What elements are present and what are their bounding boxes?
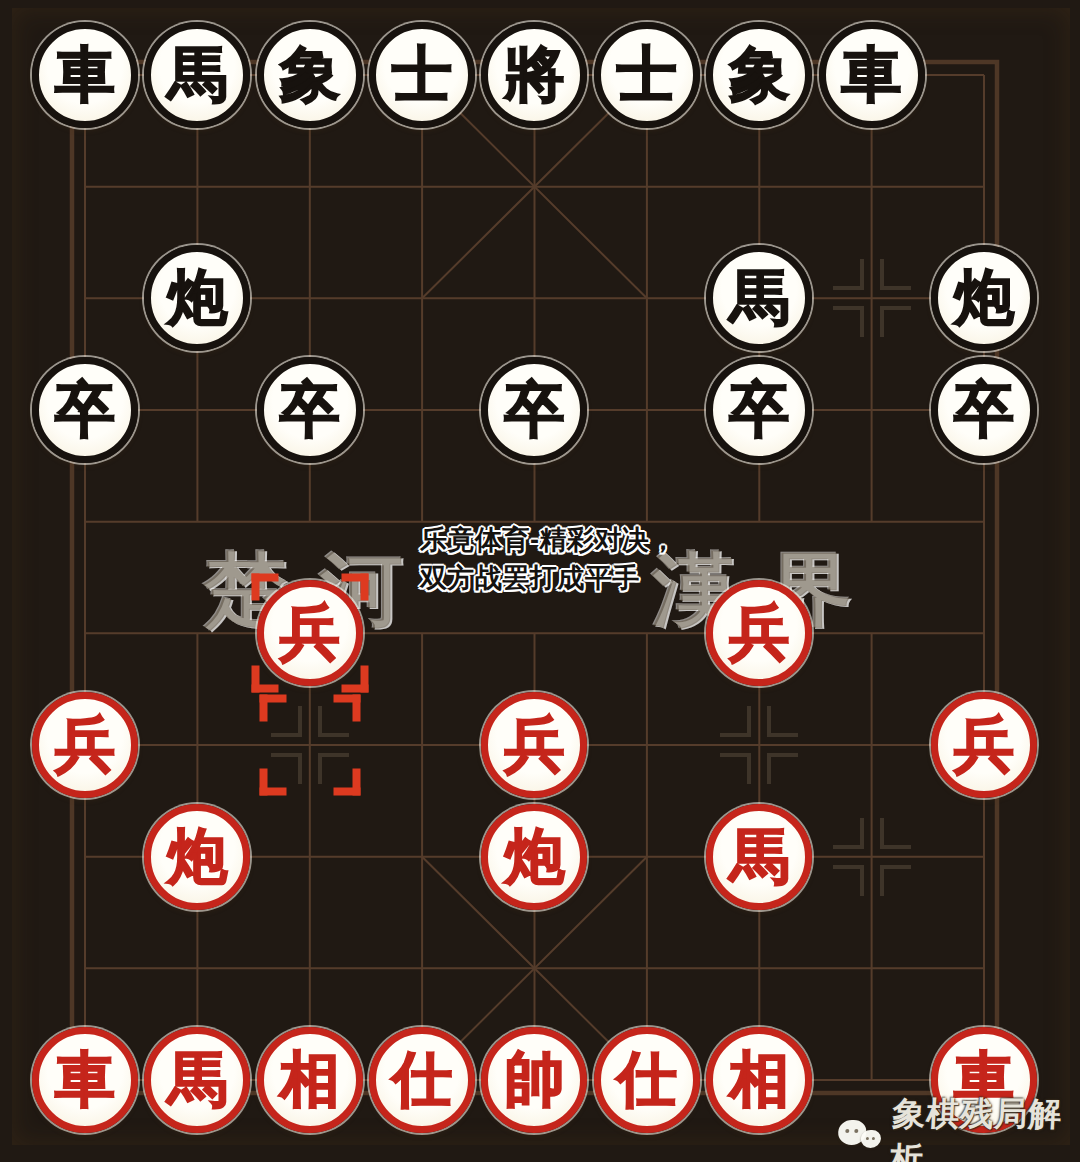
intersection-c5-r7[interactable]: 兵 xyxy=(478,689,590,801)
intersection-c1-r10[interactable]: 車 xyxy=(29,1024,141,1136)
move-from-indicator xyxy=(259,694,360,795)
piece-label: 士 xyxy=(392,45,452,105)
piece-label: 卒 xyxy=(504,380,564,440)
intersection-c7-r6[interactable]: 兵 xyxy=(703,577,815,689)
intersection-c8-r2[interactable] xyxy=(815,131,927,243)
piece-label: 炮 xyxy=(504,827,564,887)
intersection-c7-r8[interactable]: 馬 xyxy=(703,801,815,913)
intersection-c8-r9[interactable] xyxy=(815,912,927,1024)
piece-label: 象 xyxy=(729,45,789,105)
black-advisor[interactable]: 士 xyxy=(369,22,475,128)
red-chariot[interactable]: 車 xyxy=(32,1027,138,1133)
piece-label: 相 xyxy=(729,1050,789,1110)
screenshot-frame: 楚河 漢界 車馬象士將士象車炮馬炮卒卒卒卒卒兵兵兵兵兵炮炮馬車馬相仕帥仕相車 乐… xyxy=(0,0,1080,1162)
red-advisor[interactable]: 仕 xyxy=(369,1027,475,1133)
black-general[interactable]: 將 xyxy=(481,22,587,128)
red-advisor[interactable]: 仕 xyxy=(594,1027,700,1133)
channel-watermark: 象棋残局解析 xyxy=(836,1092,1080,1162)
intersection-c7-r4[interactable]: 卒 xyxy=(703,354,815,466)
intersection-c3-r10[interactable]: 相 xyxy=(254,1024,366,1136)
point-marker xyxy=(720,706,798,784)
black-horse[interactable]: 馬 xyxy=(706,245,812,351)
red-soldier[interactable]: 兵 xyxy=(32,692,138,798)
intersection-c6-r10[interactable]: 仕 xyxy=(591,1024,703,1136)
piece-label: 炮 xyxy=(954,268,1014,328)
intersection-c3-r4[interactable]: 卒 xyxy=(254,354,366,466)
intersection-c1-r2[interactable] xyxy=(29,131,141,243)
intersection-c1-r3[interactable] xyxy=(29,243,141,355)
piece-label: 車 xyxy=(55,1050,115,1110)
intersection-c7-r2[interactable] xyxy=(703,131,815,243)
piece-label: 將 xyxy=(504,45,564,105)
piece-label: 車 xyxy=(842,45,902,105)
intersection-c9-r3[interactable]: 炮 xyxy=(928,243,1040,355)
intersection-c1-r8[interactable] xyxy=(29,801,141,913)
intersection-c4-r10[interactable]: 仕 xyxy=(366,1024,478,1136)
piece-label: 兵 xyxy=(55,715,115,775)
piece-label: 帥 xyxy=(504,1050,564,1110)
black-advisor[interactable]: 士 xyxy=(594,22,700,128)
piece-label: 馬 xyxy=(167,1050,227,1110)
wechat-bubbles-icon xyxy=(837,1117,885,1157)
intersection-c4-r4[interactable] xyxy=(366,354,478,466)
intersection-c7-r1[interactable]: 象 xyxy=(703,19,815,131)
intersection-c3-r6[interactable]: 兵 xyxy=(254,577,366,689)
intersection-c9-r1[interactable] xyxy=(928,19,1040,131)
intersection-c1-r6[interactable] xyxy=(29,577,141,689)
piece-label: 卒 xyxy=(729,380,789,440)
intersection-c3-r3[interactable] xyxy=(254,243,366,355)
intersection-c2-r8[interactable]: 炮 xyxy=(141,801,253,913)
black-chariot[interactable]: 車 xyxy=(32,22,138,128)
black-soldier[interactable]: 卒 xyxy=(706,357,812,463)
intersection-c2-r2[interactable] xyxy=(141,131,253,243)
intersection-c7-r9[interactable] xyxy=(703,912,815,1024)
caption-line-1: 乐竟体育-精彩对决， xyxy=(420,521,677,559)
piece-label: 馬 xyxy=(167,45,227,105)
intersection-c5-r4[interactable]: 卒 xyxy=(478,354,590,466)
piece-label: 仕 xyxy=(392,1050,452,1110)
red-elephant[interactable]: 相 xyxy=(257,1027,363,1133)
intersection-c8-r4[interactable] xyxy=(815,354,927,466)
red-soldier[interactable]: 兵 xyxy=(706,580,812,686)
caption-overlay: 乐竟体育-精彩对决， 双方战罢打成平手 xyxy=(420,521,677,597)
piece-label: 仕 xyxy=(617,1050,677,1110)
piece-label: 車 xyxy=(55,45,115,105)
black-elephant[interactable]: 象 xyxy=(706,22,812,128)
intersection-c8-r3[interactable] xyxy=(815,243,927,355)
intersection-c6-r8[interactable] xyxy=(591,801,703,913)
black-cannon[interactable]: 炮 xyxy=(144,245,250,351)
intersection-c6-r4[interactable] xyxy=(591,354,703,466)
intersection-c4-r3[interactable] xyxy=(366,243,478,355)
piece-label: 相 xyxy=(280,1050,340,1110)
intersection-c5-r3[interactable] xyxy=(478,243,590,355)
intersection-c2-r4[interactable] xyxy=(141,354,253,466)
black-chariot[interactable]: 車 xyxy=(819,22,925,128)
black-cannon[interactable]: 炮 xyxy=(931,245,1037,351)
intersection-c4-r1[interactable]: 士 xyxy=(366,19,478,131)
intersection-c1-r7[interactable]: 兵 xyxy=(29,689,141,801)
intersection-c5-r2[interactable] xyxy=(478,131,590,243)
intersection-c5-r1[interactable]: 將 xyxy=(478,19,590,131)
piece-label: 兵 xyxy=(504,715,564,775)
point-marker xyxy=(833,259,911,337)
piece-label: 炮 xyxy=(167,827,227,887)
intersection-c4-r9[interactable] xyxy=(366,912,478,1024)
intersection-c3-r5[interactable] xyxy=(254,466,366,578)
intersection-c9-r8[interactable] xyxy=(928,801,1040,913)
intersection-c9-r6[interactable] xyxy=(928,577,1040,689)
intersection-c8-r6[interactable] xyxy=(815,577,927,689)
red-soldier[interactable]: 兵 xyxy=(481,692,587,798)
intersection-c7-r5[interactable] xyxy=(703,466,815,578)
intersection-c3-r9[interactable] xyxy=(254,912,366,1024)
black-soldier[interactable]: 卒 xyxy=(257,357,363,463)
intersection-c1-r1[interactable]: 車 xyxy=(29,19,141,131)
intersection-c6-r1[interactable]: 士 xyxy=(591,19,703,131)
black-soldier[interactable]: 卒 xyxy=(481,357,587,463)
intersection-c1-r4[interactable]: 卒 xyxy=(29,354,141,466)
intersection-c7-r3[interactable]: 馬 xyxy=(703,243,815,355)
intersection-c7-r10[interactable]: 相 xyxy=(703,1024,815,1136)
intersection-c6-r9[interactable] xyxy=(591,912,703,1024)
red-elephant[interactable]: 相 xyxy=(706,1027,812,1133)
intersection-c3-r8[interactable] xyxy=(254,801,366,913)
intersection-c2-r3[interactable]: 炮 xyxy=(141,243,253,355)
intersection-c6-r3[interactable] xyxy=(591,243,703,355)
red-cannon[interactable]: 炮 xyxy=(144,804,250,910)
intersection-c3-r2[interactable] xyxy=(254,131,366,243)
intersection-c8-r8[interactable] xyxy=(815,801,927,913)
intersection-c1-r5[interactable] xyxy=(29,466,141,578)
intersection-c9-r4[interactable]: 卒 xyxy=(928,354,1040,466)
black-soldier[interactable]: 卒 xyxy=(931,357,1037,463)
black-elephant[interactable]: 象 xyxy=(257,22,363,128)
intersection-c2-r5[interactable] xyxy=(141,466,253,578)
intersection-c8-r7[interactable] xyxy=(815,689,927,801)
piece-label: 卒 xyxy=(280,380,340,440)
intersection-c9-r5[interactable] xyxy=(928,466,1040,578)
intersection-c3-r1[interactable]: 象 xyxy=(254,19,366,131)
intersection-c4-r7[interactable] xyxy=(366,689,478,801)
intersection-c4-r2[interactable] xyxy=(366,131,478,243)
piece-label: 馬 xyxy=(729,827,789,887)
intersection-c1-r9[interactable] xyxy=(29,912,141,1024)
point-marker xyxy=(833,818,911,896)
intersection-c2-r6[interactable] xyxy=(141,577,253,689)
red-general[interactable]: 帥 xyxy=(481,1027,587,1133)
piece-label: 象 xyxy=(280,45,340,105)
point-marker xyxy=(271,706,349,784)
intersection-c6-r7[interactable] xyxy=(591,689,703,801)
piece-label: 兵 xyxy=(729,603,789,663)
intersection-c6-r2[interactable] xyxy=(591,131,703,243)
intersection-c9-r2[interactable] xyxy=(928,131,1040,243)
piece-label: 卒 xyxy=(55,380,115,440)
intersection-c9-r7[interactable]: 兵 xyxy=(928,689,1040,801)
intersection-c5-r8[interactable]: 炮 xyxy=(478,801,590,913)
intersection-c4-r8[interactable] xyxy=(366,801,478,913)
intersection-c2-r9[interactable] xyxy=(141,912,253,1024)
intersection-c8-r1[interactable]: 車 xyxy=(815,19,927,131)
intersection-c2-r10[interactable]: 馬 xyxy=(141,1024,253,1136)
piece-label: 兵 xyxy=(280,603,340,663)
black-soldier[interactable]: 卒 xyxy=(32,357,138,463)
black-horse[interactable]: 馬 xyxy=(144,22,250,128)
piece-label: 卒 xyxy=(954,380,1014,440)
intersection-c9-r9[interactable] xyxy=(928,912,1040,1024)
red-horse[interactable]: 馬 xyxy=(706,804,812,910)
intersection-c5-r9[interactable] xyxy=(478,912,590,1024)
intersection-c5-r10[interactable]: 帥 xyxy=(478,1024,590,1136)
piece-label: 炮 xyxy=(167,268,227,328)
piece-label: 馬 xyxy=(729,268,789,328)
speech-bubble-small xyxy=(860,1130,881,1148)
red-soldier[interactable]: 兵 xyxy=(931,692,1037,798)
red-horse[interactable]: 馬 xyxy=(144,1027,250,1133)
piece-label: 士 xyxy=(617,45,677,105)
intersection-c2-r7[interactable] xyxy=(141,689,253,801)
intersection-c3-r7[interactable] xyxy=(254,689,366,801)
piece-label: 兵 xyxy=(954,715,1014,775)
intersection-c8-r5[interactable] xyxy=(815,466,927,578)
red-cannon[interactable]: 炮 xyxy=(481,804,587,910)
intersection-c2-r1[interactable]: 馬 xyxy=(141,19,253,131)
intersection-c7-r7[interactable] xyxy=(703,689,815,801)
red-soldier[interactable]: 兵 xyxy=(257,580,363,686)
caption-line-2: 双方战罢打成平手 xyxy=(420,559,677,597)
channel-watermark-text: 象棋残局解析 xyxy=(889,1092,1080,1162)
